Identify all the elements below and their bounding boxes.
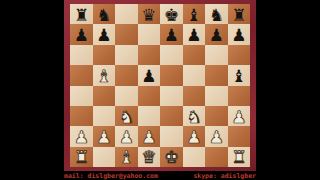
square-b6[interactable] (93, 45, 116, 65)
black-rook-icon: ♜ (74, 6, 89, 23)
white-bishop-icon: ♝ (119, 149, 134, 166)
square-b4[interactable] (93, 86, 116, 106)
black-pawn-icon: ♟ (96, 27, 111, 44)
square-f1[interactable] (183, 147, 206, 167)
square-d1[interactable]: ♛ (138, 147, 161, 167)
square-d2[interactable]: ♟ (138, 126, 161, 146)
square-h2[interactable] (228, 126, 251, 146)
square-b1[interactable] (93, 147, 116, 167)
square-c7[interactable] (115, 24, 138, 44)
black-pawn-icon: ♟ (209, 27, 224, 44)
square-g2[interactable]: ♟ (205, 126, 228, 146)
square-f2[interactable]: ♟ (183, 126, 206, 146)
square-f6[interactable] (183, 45, 206, 65)
square-e5[interactable] (160, 65, 183, 85)
square-g4[interactable] (205, 86, 228, 106)
square-a3[interactable] (70, 106, 93, 126)
square-g7[interactable]: ♟ (205, 24, 228, 44)
white-rook-icon: ♜ (231, 149, 246, 166)
square-a6[interactable] (70, 45, 93, 65)
square-b7[interactable]: ♟ (93, 24, 116, 44)
white-king-icon: ♚ (164, 149, 179, 166)
mail-contact-label: mail: dislgber@yahoo.com (64, 172, 158, 180)
square-c8[interactable] (115, 4, 138, 24)
black-pawn-icon: ♟ (74, 27, 89, 44)
white-pawn-icon: ♟ (231, 108, 246, 125)
square-e4[interactable] (160, 86, 183, 106)
square-b3[interactable] (93, 106, 116, 126)
square-e6[interactable] (160, 45, 183, 65)
square-f8[interactable]: ♝ (183, 4, 206, 24)
square-c2[interactable]: ♟ (115, 126, 138, 146)
black-pawn-icon: ♟ (186, 27, 201, 44)
black-bishop-icon: ♝ (231, 67, 246, 84)
square-h7[interactable]: ♟ (228, 24, 251, 44)
white-pawn-icon: ♟ (96, 128, 111, 145)
white-pawn-icon: ♟ (119, 128, 134, 145)
square-d8[interactable]: ♛ (138, 4, 161, 24)
square-h8[interactable]: ♜ (228, 4, 251, 24)
skype-contact-label: skype: adislgber (193, 172, 256, 180)
black-knight-icon: ♞ (209, 6, 224, 23)
square-c6[interactable] (115, 45, 138, 65)
black-pawn-icon: ♟ (141, 67, 156, 84)
white-queen-icon: ♛ (141, 149, 156, 166)
black-knight-icon: ♞ (96, 6, 111, 23)
square-a1[interactable]: ♜ (70, 147, 93, 167)
square-f7[interactable]: ♟ (183, 24, 206, 44)
square-f5[interactable] (183, 65, 206, 85)
video-frame: ♜♞♛♚♝♞♜♟♟♟♟♟♟♝♟♝♞♞♟♟♟♟♟♟♟♜♝♛♚♜ mail: dis… (0, 0, 320, 180)
square-g8[interactable]: ♞ (205, 4, 228, 24)
square-h5[interactable]: ♝ (228, 65, 251, 85)
black-bishop-icon: ♝ (186, 6, 201, 23)
square-f3[interactable]: ♞ (183, 106, 206, 126)
square-b5[interactable]: ♝ (93, 65, 116, 85)
black-queen-icon: ♛ (141, 6, 156, 23)
contact-bar: mail: dislgber@yahoo.com skype: adislgbe… (0, 171, 320, 180)
square-e1[interactable]: ♚ (160, 147, 183, 167)
square-d7[interactable] (138, 24, 161, 44)
square-a8[interactable]: ♜ (70, 4, 93, 24)
square-e2[interactable] (160, 126, 183, 146)
black-king-icon: ♚ (164, 6, 179, 23)
square-h6[interactable] (228, 45, 251, 65)
square-a4[interactable] (70, 86, 93, 106)
black-pawn-icon: ♟ (231, 27, 246, 44)
square-e7[interactable]: ♟ (160, 24, 183, 44)
white-pawn-icon: ♟ (186, 128, 201, 145)
square-d5[interactable]: ♟ (138, 65, 161, 85)
square-d3[interactable] (138, 106, 161, 126)
black-rook-icon: ♜ (231, 6, 246, 23)
square-h4[interactable] (228, 86, 251, 106)
square-c3[interactable]: ♞ (115, 106, 138, 126)
square-d6[interactable] (138, 45, 161, 65)
square-e3[interactable] (160, 106, 183, 126)
square-h1[interactable]: ♜ (228, 147, 251, 167)
square-b8[interactable]: ♞ (93, 4, 116, 24)
square-d4[interactable] (138, 86, 161, 106)
square-c4[interactable] (115, 86, 138, 106)
square-a2[interactable]: ♟ (70, 126, 93, 146)
square-a7[interactable]: ♟ (70, 24, 93, 44)
square-g1[interactable] (205, 147, 228, 167)
square-b2[interactable]: ♟ (93, 126, 116, 146)
white-rook-icon: ♜ (74, 149, 89, 166)
square-c1[interactable]: ♝ (115, 147, 138, 167)
chess-board-frame: ♜♞♛♚♝♞♜♟♟♟♟♟♟♝♟♝♞♞♟♟♟♟♟♟♟♜♝♛♚♜ (64, 0, 256, 171)
white-knight-icon: ♞ (119, 108, 134, 125)
contact-bar-text: mail: dislgber@yahoo.com skype: adislgbe… (64, 171, 256, 180)
square-g6[interactable] (205, 45, 228, 65)
square-e8[interactable]: ♚ (160, 4, 183, 24)
square-c5[interactable] (115, 65, 138, 85)
chess-board: ♜♞♛♚♝♞♜♟♟♟♟♟♟♝♟♝♞♞♟♟♟♟♟♟♟♜♝♛♚♜ (70, 4, 250, 167)
square-g5[interactable] (205, 65, 228, 85)
square-a5[interactable] (70, 65, 93, 85)
square-g3[interactable] (205, 106, 228, 126)
white-bishop-icon: ♝ (96, 67, 111, 84)
white-pawn-icon: ♟ (141, 128, 156, 145)
black-pawn-icon: ♟ (164, 27, 179, 44)
square-h3[interactable]: ♟ (228, 106, 251, 126)
white-pawn-icon: ♟ (209, 128, 224, 145)
white-knight-icon: ♞ (186, 108, 201, 125)
square-f4[interactable] (183, 86, 206, 106)
white-pawn-icon: ♟ (74, 128, 89, 145)
